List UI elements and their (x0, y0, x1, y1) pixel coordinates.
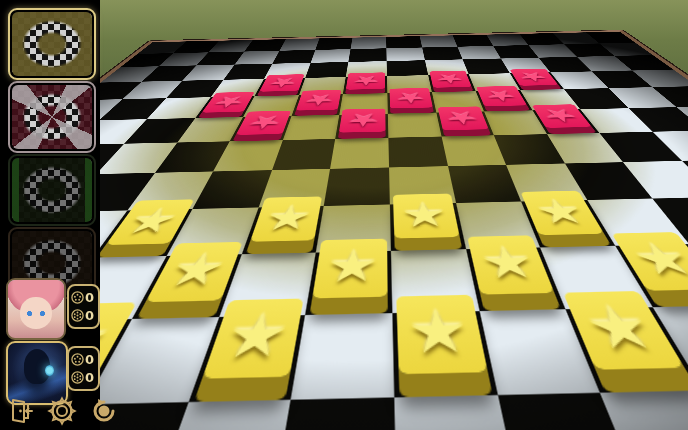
piece-cell (349, 48, 387, 62)
restart-button[interactable] (87, 395, 118, 427)
gear-icon (47, 396, 77, 426)
piece-cell: ★ (343, 76, 387, 94)
settings-button[interactable] (47, 395, 78, 427)
king-piece-icon (71, 371, 84, 384)
star-glyph: ★ (394, 90, 426, 105)
exit-button[interactable] (6, 395, 37, 427)
piece-cell (388, 137, 447, 168)
piece-cell (291, 313, 394, 401)
piece-cell: ★ (428, 74, 476, 92)
player1-men-count: 0 (85, 291, 96, 304)
piece-cell: ★ (255, 78, 306, 96)
yellow-star-piece[interactable]: ★ (396, 294, 487, 374)
theme-thumbnail-green[interactable] (8, 154, 96, 226)
player2-capture-counter: 0 0 (67, 346, 100, 391)
star-glyph: ★ (476, 242, 542, 286)
star-glyph: ★ (530, 195, 592, 229)
red-star-piece[interactable]: ★ (437, 106, 489, 130)
star-glyph: ★ (265, 76, 299, 89)
pieces-layer: ★★★★★★★★★★★★★★★★★★★★★★★★ (100, 32, 688, 430)
piece-cell (324, 167, 390, 205)
star-glyph: ★ (515, 71, 552, 84)
red-star-piece[interactable]: ★ (259, 74, 304, 92)
red-star-piece[interactable]: ★ (429, 70, 472, 87)
piece-cell: ★ (306, 251, 393, 315)
star-glyph: ★ (260, 201, 315, 235)
game-window: ★★★★★★★★★★★★★★★★★★★★★★★★ 0 (0, 0, 688, 430)
star-glyph: ★ (351, 74, 380, 87)
yellow-star-piece[interactable]: ★ (393, 193, 459, 238)
piece-cell (600, 391, 688, 430)
king-piece-icon (71, 309, 84, 322)
piece-cell (330, 138, 389, 169)
piece-cell: ★ (336, 114, 389, 140)
piece-cell (315, 38, 352, 50)
red-star-piece[interactable]: ★ (389, 88, 432, 108)
star-glyph: ★ (345, 111, 380, 129)
red-star-piece[interactable]: ★ (346, 72, 385, 90)
board-scene: ★★★★★★★★★★★★★★★★★★★★★★★★ (100, 0, 688, 430)
star-glyph: ★ (209, 94, 249, 110)
star-glyph: ★ (302, 92, 336, 107)
theme-thumbnail-olive[interactable] (8, 8, 96, 80)
piece-cell (273, 50, 316, 64)
man-piece-icon (71, 353, 84, 366)
star-glyph: ★ (160, 249, 232, 294)
sidebar: 0 0 0 (0, 0, 100, 430)
piece-cell (283, 115, 340, 141)
piece-cell (305, 62, 348, 78)
star-glyph: ★ (406, 303, 474, 363)
piece-cell: ★ (390, 203, 466, 251)
star-glyph: ★ (623, 239, 688, 283)
piece-cell (272, 139, 336, 170)
restart-arrow-icon (88, 396, 118, 426)
star-glyph: ★ (482, 88, 520, 103)
exit-door-icon (7, 397, 35, 425)
control-bar (0, 392, 118, 430)
man-piece-icon (71, 291, 84, 304)
piece-cell (422, 47, 463, 61)
yellow-star-piece[interactable]: ★ (313, 239, 388, 298)
player1-avatar (6, 278, 66, 340)
star-glyph: ★ (243, 113, 284, 131)
piece-cell (387, 60, 428, 76)
piece-cell (386, 47, 424, 61)
player1-capture-counter: 0 0 (67, 284, 100, 329)
red-star-piece[interactable]: ★ (339, 108, 385, 132)
checkers-board: ★★★★★★★★★★★★★★★★★★★★★★★★ (100, 30, 688, 430)
piece-cell (280, 38, 320, 50)
star-glyph: ★ (118, 204, 185, 239)
red-star-piece[interactable]: ★ (296, 90, 342, 111)
star-glyph: ★ (539, 107, 584, 125)
star-glyph: ★ (443, 109, 482, 127)
piece-cell (311, 49, 351, 63)
player1-kings-count: 0 (85, 309, 96, 322)
star-glyph: ★ (323, 245, 379, 289)
piece-cell (351, 37, 387, 49)
player2-men-count: 0 (85, 353, 96, 366)
piece-cell: ★ (387, 92, 436, 113)
piece-cell: ★ (291, 94, 343, 116)
theme-thumbnail-red[interactable] (8, 81, 96, 153)
piece-cell (388, 113, 441, 138)
star-glyph: ★ (216, 307, 293, 368)
star-glyph: ★ (400, 198, 450, 232)
piece-cell (419, 35, 457, 47)
star-glyph: ★ (434, 72, 466, 85)
player2-kings-count: 0 (85, 371, 96, 384)
piece-cell (386, 36, 422, 48)
